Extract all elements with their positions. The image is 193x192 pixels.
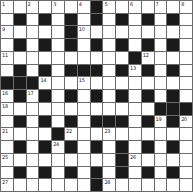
cell-r1c8-black bbox=[91, 1, 103, 13]
cell-r9c8[interactable] bbox=[91, 103, 103, 115]
cell-r10c9-black bbox=[103, 116, 115, 128]
cell-r15c1[interactable]: 27 bbox=[1, 179, 13, 191]
cell-r13c15[interactable] bbox=[180, 154, 192, 166]
cell-r6c10-black bbox=[116, 65, 128, 77]
cell-r11c3[interactable] bbox=[27, 128, 39, 140]
cell-r2c6-black bbox=[65, 14, 77, 26]
cell-r3c4[interactable] bbox=[39, 26, 51, 38]
cell-r8c10-black bbox=[116, 90, 128, 102]
cell-r7c10[interactable] bbox=[116, 77, 128, 89]
cell-r8c11[interactable] bbox=[129, 90, 141, 102]
cell-r10c13[interactable]: 19 bbox=[155, 116, 167, 128]
cell-r13c9[interactable] bbox=[103, 154, 115, 166]
cell-r10c6-black bbox=[65, 116, 77, 128]
cell-r14c13[interactable] bbox=[155, 167, 167, 179]
cell-r4c10-black bbox=[116, 39, 128, 51]
cell-r14c7[interactable] bbox=[78, 167, 90, 179]
cell-r9c1[interactable]: 18 bbox=[1, 103, 13, 115]
cell-r8c2-black bbox=[14, 90, 26, 102]
cell-r5c12[interactable]: 12 bbox=[142, 52, 154, 64]
cell-r11c6[interactable]: 22 bbox=[65, 128, 77, 140]
cell-r5c13[interactable] bbox=[155, 52, 167, 64]
cell-r9c6[interactable] bbox=[65, 103, 77, 115]
cell-r6c4-black bbox=[39, 65, 51, 77]
cell-r10c15[interactable]: 20 bbox=[180, 116, 192, 128]
cell-r9c7[interactable] bbox=[78, 103, 90, 115]
cell-r10c14-black bbox=[167, 116, 179, 128]
cell-r8c8-black bbox=[91, 90, 103, 102]
cell-r6c6-black bbox=[65, 65, 77, 77]
cell-r6c15[interactable] bbox=[180, 65, 192, 77]
cell-r14c14-black bbox=[167, 167, 179, 179]
cell-r2c13[interactable] bbox=[155, 14, 167, 26]
cell-r12c5[interactable]: 24 bbox=[52, 141, 64, 153]
cell-r2c3[interactable] bbox=[27, 14, 39, 26]
clue-number-25: 25 bbox=[2, 154, 8, 160]
cell-r4c7[interactable] bbox=[78, 39, 90, 51]
cell-r12c4-black bbox=[39, 141, 51, 153]
cell-r7c15[interactable] bbox=[180, 77, 192, 89]
cell-r13c2[interactable] bbox=[14, 154, 26, 166]
cell-r15c7[interactable] bbox=[78, 179, 90, 191]
cell-r10c2-black bbox=[14, 116, 26, 128]
clue-number-16: 16 bbox=[2, 90, 8, 96]
cell-r13c6[interactable] bbox=[65, 154, 77, 166]
cell-r15c9[interactable]: 28 bbox=[103, 179, 115, 191]
cell-r3c8[interactable] bbox=[91, 26, 103, 38]
clue-number-14: 14 bbox=[40, 77, 46, 83]
cell-r1c1[interactable]: 1 bbox=[1, 1, 13, 13]
cell-r5c6[interactable] bbox=[65, 52, 77, 64]
cell-r14c4-black bbox=[39, 167, 51, 179]
cell-r3c1[interactable]: 9 bbox=[1, 26, 13, 38]
cell-r11c4[interactable] bbox=[39, 128, 51, 140]
cell-r4c11[interactable] bbox=[129, 39, 141, 51]
cell-r1c15[interactable]: 8 bbox=[180, 1, 192, 13]
cell-r1c10[interactable] bbox=[116, 1, 128, 13]
cell-r8c5[interactable] bbox=[52, 90, 64, 102]
cell-r6c2-black bbox=[14, 65, 26, 77]
cell-r8c6-black bbox=[65, 90, 77, 102]
cell-r12c13[interactable] bbox=[155, 141, 167, 153]
cell-r6c14-black bbox=[167, 65, 179, 77]
cell-r2c14-black bbox=[167, 14, 179, 26]
cell-r1c4[interactable] bbox=[39, 1, 51, 13]
cell-r4c1[interactable] bbox=[1, 39, 13, 51]
cell-r11c14[interactable] bbox=[167, 128, 179, 140]
clue-number-1: 1 bbox=[2, 1, 5, 7]
cell-r7c9[interactable] bbox=[103, 77, 115, 89]
cell-r10c4-black bbox=[39, 116, 51, 128]
cell-r12c2-black bbox=[14, 141, 26, 153]
cell-r12c9[interactable] bbox=[103, 141, 115, 153]
cell-r8c13[interactable] bbox=[155, 90, 167, 102]
cell-r12c8-black bbox=[91, 141, 103, 153]
cell-r9c2[interactable] bbox=[14, 103, 26, 115]
cell-r12c15[interactable] bbox=[180, 141, 192, 153]
clue-number-12: 12 bbox=[143, 52, 149, 58]
cell-r8c15[interactable] bbox=[180, 90, 192, 102]
cell-r9c12[interactable] bbox=[142, 103, 154, 115]
cell-r15c8-black bbox=[91, 179, 103, 191]
clue-number-19: 19 bbox=[156, 116, 162, 122]
cell-r12c14-black bbox=[167, 141, 179, 153]
cell-r5c10[interactable] bbox=[116, 52, 128, 64]
cell-r12c6-black bbox=[65, 141, 77, 153]
clue-number-5: 5 bbox=[104, 1, 107, 7]
clue-number-2: 2 bbox=[28, 1, 31, 7]
cell-r6c12-black bbox=[142, 65, 154, 77]
cell-r9c9[interactable] bbox=[103, 103, 115, 115]
cell-r4c6-black bbox=[65, 39, 77, 51]
cell-r12c10-black bbox=[116, 141, 128, 153]
cell-r6c7-black bbox=[78, 65, 90, 77]
cell-r3c6-black bbox=[65, 26, 77, 38]
cell-r11c7[interactable] bbox=[78, 128, 90, 140]
cell-r9c5[interactable] bbox=[52, 103, 64, 115]
cell-r9c4[interactable] bbox=[39, 103, 51, 115]
cell-r11c2[interactable] bbox=[14, 128, 26, 140]
cell-r11c15[interactable] bbox=[180, 128, 192, 140]
cell-r7c3-black bbox=[27, 77, 39, 89]
cell-r13c11[interactable]: 26 bbox=[129, 154, 141, 166]
cell-r1c6[interactable] bbox=[65, 1, 77, 13]
cell-r1c3[interactable]: 2 bbox=[27, 1, 39, 13]
clue-number-27: 27 bbox=[2, 179, 8, 185]
cell-r4c4-black bbox=[39, 39, 51, 51]
cell-r3c15[interactable] bbox=[180, 26, 192, 38]
cell-r8c12-black bbox=[142, 90, 154, 102]
cell-r14c2-black bbox=[14, 167, 26, 179]
cell-r2c4-black bbox=[39, 14, 51, 26]
cell-r13c14[interactable] bbox=[167, 154, 179, 166]
clue-number-20: 20 bbox=[181, 116, 187, 122]
cell-r7c7[interactable]: 15 bbox=[78, 77, 90, 89]
cell-r3c2[interactable] bbox=[14, 26, 26, 38]
cell-r15c11[interactable] bbox=[129, 179, 141, 191]
cell-r10c10-black bbox=[116, 116, 128, 128]
cell-r15c4[interactable] bbox=[39, 179, 51, 191]
cell-r5c3[interactable] bbox=[27, 52, 39, 64]
cell-r5c2[interactable] bbox=[14, 52, 26, 64]
cell-r2c8-black bbox=[91, 14, 103, 26]
cell-r4c14-black bbox=[167, 39, 179, 51]
cell-r13c10-black bbox=[116, 154, 128, 166]
cell-r12c3[interactable] bbox=[27, 141, 39, 153]
cell-r3c11[interactable] bbox=[129, 26, 141, 38]
cell-r3c7[interactable]: 10 bbox=[78, 26, 90, 38]
cell-r10c11[interactable] bbox=[129, 116, 141, 128]
cell-r4c9[interactable] bbox=[103, 39, 115, 51]
cell-r4c8-black bbox=[91, 39, 103, 51]
cell-r11c5-black bbox=[52, 128, 64, 140]
cell-r3c12[interactable] bbox=[142, 26, 154, 38]
cell-r2c7[interactable] bbox=[78, 14, 90, 26]
cell-r14c5[interactable] bbox=[52, 167, 64, 179]
cell-r7c13[interactable] bbox=[155, 77, 167, 89]
cell-r10c8-black bbox=[91, 116, 103, 128]
cell-r1c12[interactable] bbox=[142, 1, 154, 13]
cell-r1c2[interactable] bbox=[14, 1, 26, 13]
cell-r6c1[interactable] bbox=[1, 65, 13, 77]
cell-r7c5[interactable] bbox=[52, 77, 64, 89]
cell-r2c2-black bbox=[14, 14, 26, 26]
cell-r3c3[interactable] bbox=[27, 26, 39, 38]
cell-r3c9[interactable] bbox=[103, 26, 115, 38]
cell-r10c5[interactable] bbox=[52, 116, 64, 128]
cell-r2c15[interactable] bbox=[180, 14, 192, 26]
cell-r14c6-black bbox=[65, 167, 77, 179]
cell-r14c12-black bbox=[142, 167, 154, 179]
cell-r9c14-black bbox=[167, 103, 179, 115]
cell-r15c5[interactable] bbox=[52, 179, 64, 191]
cell-r3c14[interactable] bbox=[167, 26, 179, 38]
cell-r7c14[interactable] bbox=[167, 77, 179, 89]
cell-r10c1[interactable] bbox=[1, 116, 13, 128]
cell-r11c9[interactable]: 23 bbox=[103, 128, 115, 140]
cell-r7c12[interactable] bbox=[142, 77, 154, 89]
cell-r7c4[interactable]: 14 bbox=[39, 77, 51, 89]
cell-r3c5[interactable] bbox=[52, 26, 64, 38]
cell-r2c10-black bbox=[116, 14, 128, 26]
clue-number-26: 26 bbox=[130, 154, 136, 160]
cell-r4c5[interactable] bbox=[52, 39, 64, 51]
cell-r8c3[interactable]: 17 bbox=[27, 90, 39, 102]
cell-r6c13[interactable] bbox=[155, 65, 167, 77]
cell-r9c10[interactable] bbox=[116, 103, 128, 115]
cell-r9c13-black bbox=[155, 103, 167, 115]
cell-r1c7[interactable]: 4 bbox=[78, 1, 90, 13]
cell-r15c2[interactable] bbox=[14, 179, 26, 191]
cell-r15c6[interactable] bbox=[65, 179, 77, 191]
cell-r5c7[interactable] bbox=[78, 52, 90, 64]
cell-r15c15[interactable] bbox=[180, 179, 192, 191]
cell-r9c3[interactable] bbox=[27, 103, 39, 115]
cell-r2c1[interactable] bbox=[1, 14, 13, 26]
cell-r13c3[interactable] bbox=[27, 154, 39, 166]
cell-r7c6[interactable] bbox=[65, 77, 77, 89]
cell-r1c13[interactable]: 7 bbox=[155, 1, 167, 13]
cell-r14c1[interactable] bbox=[1, 167, 13, 179]
cell-r14c15[interactable] bbox=[180, 167, 192, 179]
cell-r4c3[interactable] bbox=[27, 39, 39, 51]
cell-r11c10[interactable] bbox=[116, 128, 128, 140]
cell-r9c15-black bbox=[180, 103, 192, 115]
clue-number-8: 8 bbox=[181, 1, 184, 7]
cell-r1c5[interactable]: 3 bbox=[52, 1, 64, 13]
cell-r6c8-black bbox=[91, 65, 103, 77]
cell-r11c11[interactable] bbox=[129, 128, 141, 140]
cell-r6c5[interactable] bbox=[52, 65, 64, 77]
cell-r13c12[interactable] bbox=[142, 154, 154, 166]
cell-r4c2-black bbox=[14, 39, 26, 51]
clue-number-22: 22 bbox=[66, 128, 72, 134]
cell-r11c8[interactable] bbox=[91, 128, 103, 140]
clue-number-11: 11 bbox=[2, 52, 8, 58]
cell-r12c11[interactable] bbox=[129, 141, 141, 153]
clue-number-15: 15 bbox=[79, 77, 85, 83]
cell-r8c14-black bbox=[167, 90, 179, 102]
cell-r5c15[interactable] bbox=[180, 52, 192, 64]
cell-r7c2-black bbox=[14, 77, 26, 89]
crossword-grid: 1234567891011121314151617181920212223242… bbox=[0, 0, 193, 192]
cell-r15c14[interactable] bbox=[167, 179, 179, 191]
cell-r8c4-black bbox=[39, 90, 51, 102]
cell-r4c13[interactable] bbox=[155, 39, 167, 51]
cell-r10c12-black bbox=[142, 116, 154, 128]
cell-r2c12-black bbox=[142, 14, 154, 26]
cell-r12c1[interactable] bbox=[1, 141, 13, 153]
cell-r13c4[interactable] bbox=[39, 154, 51, 166]
clue-number-10: 10 bbox=[79, 26, 85, 32]
cell-r13c1[interactable]: 25 bbox=[1, 154, 13, 166]
cell-r13c8[interactable] bbox=[91, 154, 103, 166]
cell-r1c9[interactable]: 5 bbox=[103, 1, 115, 13]
cell-r15c3[interactable] bbox=[27, 179, 39, 191]
clue-number-4: 4 bbox=[79, 1, 82, 7]
clue-number-18: 18 bbox=[2, 103, 8, 109]
cell-r4c12-black bbox=[142, 39, 154, 51]
cell-r8c1[interactable]: 16 bbox=[1, 90, 13, 102]
cell-r10c7[interactable] bbox=[78, 116, 90, 128]
cell-r5c4[interactable] bbox=[39, 52, 51, 64]
cell-r13c13[interactable] bbox=[155, 154, 167, 166]
cell-r8c7[interactable] bbox=[78, 90, 90, 102]
cell-r5c8[interactable] bbox=[91, 52, 103, 64]
cell-r7c11[interactable] bbox=[129, 77, 141, 89]
clue-number-17: 17 bbox=[28, 90, 34, 96]
cell-r14c3[interactable] bbox=[27, 167, 39, 179]
clue-number-23: 23 bbox=[104, 128, 110, 134]
cell-r7c1-black bbox=[1, 77, 13, 89]
cell-r15c10[interactable] bbox=[116, 179, 128, 191]
cell-r1c11[interactable]: 6 bbox=[129, 1, 141, 13]
clue-number-9: 9 bbox=[2, 26, 5, 32]
cell-r6c11[interactable]: 13 bbox=[129, 65, 141, 77]
cell-r5c11-black bbox=[129, 52, 141, 64]
cell-r5c5[interactable] bbox=[52, 52, 64, 64]
clue-number-13: 13 bbox=[130, 65, 136, 71]
cell-r14c11[interactable] bbox=[129, 167, 141, 179]
cell-r13c7[interactable] bbox=[78, 154, 90, 166]
cell-r12c12-black bbox=[142, 141, 154, 153]
cell-r5c9[interactable] bbox=[103, 52, 115, 64]
cell-r2c11[interactable] bbox=[129, 14, 141, 26]
cell-r4c15[interactable] bbox=[180, 39, 192, 51]
cell-r11c13[interactable] bbox=[155, 128, 167, 140]
cell-r7c8[interactable] bbox=[91, 77, 103, 89]
cell-r11c12[interactable] bbox=[142, 128, 154, 140]
cell-r11c1[interactable]: 21 bbox=[1, 128, 13, 140]
cell-r15c12[interactable] bbox=[142, 179, 154, 191]
cell-r6c9[interactable] bbox=[103, 65, 115, 77]
cell-r3c13[interactable] bbox=[155, 26, 167, 38]
cell-r14c10-black bbox=[116, 167, 128, 179]
clue-number-21: 21 bbox=[2, 128, 8, 134]
cell-r9c11[interactable] bbox=[129, 103, 141, 115]
cell-r2c9[interactable] bbox=[103, 14, 115, 26]
clue-number-28: 28 bbox=[104, 179, 110, 185]
clue-number-7: 7 bbox=[156, 1, 159, 7]
cell-r13c5[interactable] bbox=[52, 154, 64, 166]
clue-number-3: 3 bbox=[53, 1, 56, 7]
cell-r6c3[interactable] bbox=[27, 65, 39, 77]
cell-r8c9[interactable] bbox=[103, 90, 115, 102]
cell-r12c7[interactable] bbox=[78, 141, 90, 153]
cell-r2c5[interactable] bbox=[52, 14, 64, 26]
cell-r10c3[interactable] bbox=[27, 116, 39, 128]
cell-r14c8-black bbox=[91, 167, 103, 179]
cell-r5c1[interactable]: 11 bbox=[1, 52, 13, 64]
cell-r14c9[interactable] bbox=[103, 167, 115, 179]
cell-r1c14[interactable] bbox=[167, 1, 179, 13]
clue-number-24: 24 bbox=[53, 141, 59, 147]
cell-r15c13[interactable] bbox=[155, 179, 167, 191]
clue-number-6: 6 bbox=[130, 1, 133, 7]
cell-r5c14[interactable] bbox=[167, 52, 179, 64]
cell-r3c10[interactable] bbox=[116, 26, 128, 38]
